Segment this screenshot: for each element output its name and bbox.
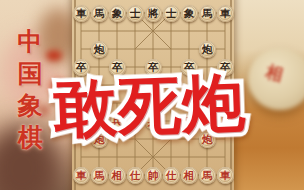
piece-black-chariot[interactable]: 車 xyxy=(217,5,234,22)
piece-red-advisor[interactable]: 仕 xyxy=(163,167,180,184)
piece-glyph: 仕 xyxy=(166,170,177,181)
piece-black-cannon[interactable]: 炮 xyxy=(91,41,108,58)
piece-red-horse[interactable]: 馬 xyxy=(199,167,216,184)
piece-red-elephant[interactable]: 相 xyxy=(109,167,126,184)
piece-glyph: 相 xyxy=(184,170,195,181)
piece-glyph: 士 xyxy=(130,8,141,19)
piece-glyph: 象 xyxy=(112,8,123,19)
banner-char: 中 xyxy=(16,28,44,54)
piece-glyph: 馬 xyxy=(202,170,213,181)
piece-glyph: 車 xyxy=(76,8,87,19)
banner-char: 棋 xyxy=(16,124,44,150)
piece-glyph: 士 xyxy=(166,8,177,19)
piece-glyph: 卒 xyxy=(76,62,87,73)
piece-black-elephant[interactable]: 象 xyxy=(181,5,198,22)
piece-glyph: 象 xyxy=(184,8,195,19)
piece-glyph: 仕 xyxy=(130,170,141,181)
piece-red-horse[interactable]: 馬 xyxy=(91,167,108,184)
piece-red-chariot[interactable]: 車 xyxy=(73,167,90,184)
piece-glyph: 馬 xyxy=(202,8,213,19)
piece-glyph: 馬 xyxy=(94,8,105,19)
vertical-banner: 中 国 象 棋 xyxy=(16,28,44,150)
piece-black-elephant[interactable]: 象 xyxy=(109,5,126,22)
piece-glyph: 車 xyxy=(220,8,231,19)
piece-red-advisor[interactable]: 仕 xyxy=(127,167,144,184)
banner-char: 国 xyxy=(16,60,44,86)
piece-black-advisor[interactable]: 士 xyxy=(163,5,180,22)
piece-glyph: 帥 xyxy=(148,170,159,181)
title-overlay-text: 敢死炮 xyxy=(53,71,247,141)
piece-black-general[interactable]: 將 xyxy=(145,5,162,22)
background-blur-blob xyxy=(46,50,62,61)
piece-glyph: 將 xyxy=(148,8,159,19)
thumbnail-screen: 相 車馬象士將士象馬車炮炮卒卒卒卒卒兵兵兵兵兵炮炮車馬相仕帥仕相馬車 中 国 象… xyxy=(0,0,304,190)
piece-black-advisor[interactable]: 士 xyxy=(127,5,144,22)
piece-black-horse[interactable]: 馬 xyxy=(199,5,216,22)
piece-glyph: 炮 xyxy=(94,44,105,55)
piece-glyph: 車 xyxy=(76,170,87,181)
piece-black-cannon[interactable]: 炮 xyxy=(199,41,216,58)
piece-glyph: 馬 xyxy=(94,170,105,181)
piece-glyph: 車 xyxy=(220,170,231,181)
piece-black-horse[interactable]: 馬 xyxy=(91,5,108,22)
piece-black-chariot[interactable]: 車 xyxy=(73,5,90,22)
banner-char: 象 xyxy=(16,92,44,118)
piece-glyph: 相 xyxy=(112,170,123,181)
piece-red-general[interactable]: 帥 xyxy=(145,167,162,184)
piece-red-elephant[interactable]: 相 xyxy=(181,167,198,184)
piece-red-chariot[interactable]: 車 xyxy=(217,167,234,184)
piece-glyph: 炮 xyxy=(202,44,213,55)
